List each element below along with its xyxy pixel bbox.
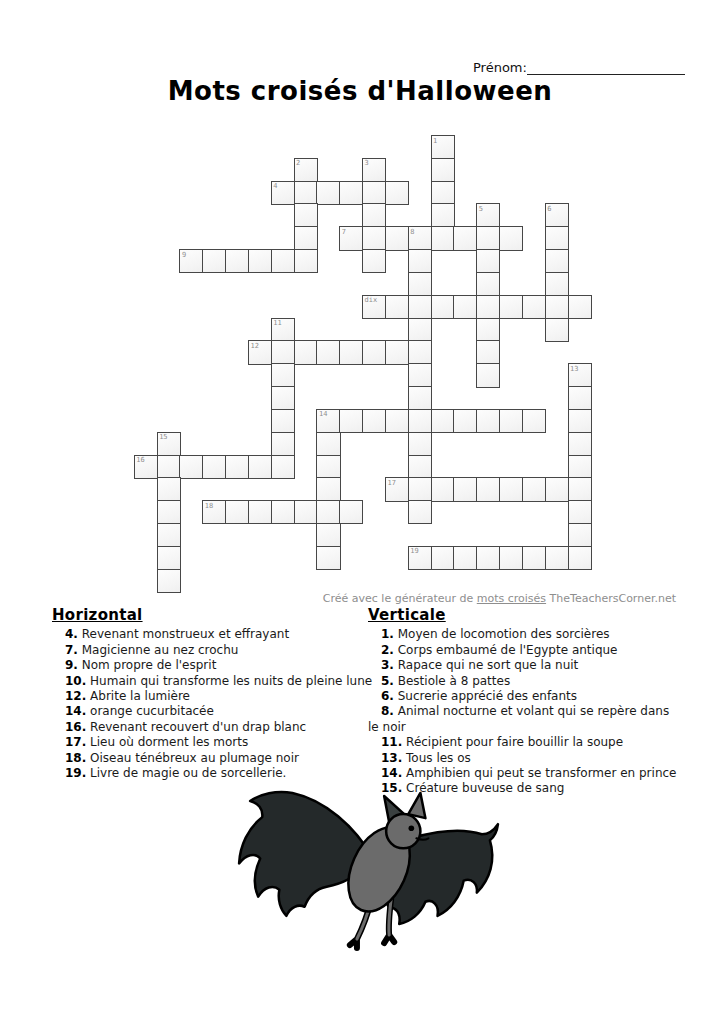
grid-cell-r8c6[interactable]: 11 [271, 318, 295, 342]
grid-cell-r13c1[interactable]: 15 [157, 432, 181, 456]
grid-cell-r18c15[interactable] [476, 546, 500, 570]
grid-cell-r5c4[interactable] [225, 249, 249, 273]
grid-cell-r14c5[interactable] [248, 455, 272, 479]
clue-down-6: 6. Sucrerie apprécié des enfants [368, 689, 680, 704]
grid-cell-r7c19[interactable] [568, 295, 592, 319]
credit-link[interactable]: mots croisés [477, 592, 546, 605]
clue-down-11: 11. Récipient pour faire bouillir la sou… [368, 735, 680, 750]
grid-cell-r11c19[interactable] [568, 386, 592, 410]
grid-cell-r2c11[interactable] [385, 181, 409, 205]
grid-cell-r5c2[interactable]: 9 [179, 249, 203, 273]
grid-cell-r5c7[interactable] [294, 249, 318, 273]
clue-number: 14. [381, 766, 402, 780]
grid-cell-r4c12[interactable]: 8 [408, 226, 432, 250]
grid-cell-r6c15[interactable] [476, 272, 500, 296]
grid-cell-r7c15[interactable] [476, 295, 500, 319]
clue-down-14: 14. Amphibien qui peut se transformer en… [368, 766, 680, 781]
cell-number-dix: dix [365, 296, 378, 304]
cell-number-11: 11 [273, 319, 281, 327]
grid-cell-r6c12[interactable] [408, 272, 432, 296]
grid-cell-r5c12[interactable] [408, 249, 432, 273]
grid-cell-r14c0[interactable]: 16 [134, 455, 158, 479]
grid-cell-r2c7[interactable] [294, 181, 318, 205]
cell-number-3: 3 [365, 159, 369, 167]
clue-number: 14. [65, 704, 86, 718]
grid-cell-r16c19[interactable] [568, 500, 592, 524]
grid-cell-r17c8[interactable] [316, 523, 340, 547]
clue-across-16: 16. Revenant recouvert d'un drap blanc [52, 720, 382, 735]
grid-cell-r4c11[interactable] [385, 226, 409, 250]
grid-cell-r16c4[interactable] [225, 500, 249, 524]
clue-number: 2. [381, 643, 394, 657]
cell-number-18: 18 [205, 502, 213, 510]
grid-cell-r4c7[interactable] [294, 226, 318, 250]
grid-cell-r9c10[interactable] [362, 340, 386, 364]
clue-down-8: 8. Animal nocturne et volant qui se repè… [368, 704, 680, 735]
clue-across-12: 12. Abrite la lumière [52, 689, 382, 704]
grid-cell-r18c1[interactable] [157, 546, 181, 570]
bat-ear-front [408, 793, 425, 818]
grid-cell-r14c2[interactable] [179, 455, 203, 479]
grid-cell-r13c19[interactable] [568, 432, 592, 456]
grid-cell-r4c14[interactable] [453, 226, 477, 250]
grid-cell-r18c16[interactable] [499, 546, 523, 570]
worksheet-page: Prénom: Mots croisés d'Halloween 1234567… [0, 0, 720, 1019]
grid-cell-r5c6[interactable] [271, 249, 295, 273]
grid-cell-r12c19[interactable] [568, 409, 592, 433]
grid-cell-r7c18[interactable] [545, 295, 569, 319]
cell-number-6: 6 [547, 205, 551, 213]
grid-cell-r15c16[interactable] [499, 477, 523, 501]
grid-cell-r12c8[interactable]: 14 [316, 409, 340, 433]
grid-cell-r8c12[interactable] [408, 318, 432, 342]
cell-number-13: 13 [570, 365, 578, 373]
grid-cell-r16c6[interactable] [271, 500, 295, 524]
grid-cell-r8c15[interactable] [476, 318, 500, 342]
grid-cell-r7c10[interactable]: dix [362, 295, 386, 319]
clue-number: 1. [381, 627, 394, 641]
grid-cell-r3c7[interactable] [294, 203, 318, 227]
grid-cell-r9c9[interactable] [339, 340, 363, 364]
grid-cell-r4c16[interactable] [499, 226, 523, 250]
grid-cell-r16c9[interactable] [339, 500, 363, 524]
grid-cell-r1c10[interactable]: 3 [362, 158, 386, 182]
grid-cell-r10c15[interactable] [476, 363, 500, 387]
grid-cell-r7c14[interactable] [453, 295, 477, 319]
grid-cell-r9c5[interactable]: 12 [248, 340, 272, 364]
clue-number: 11. [381, 735, 402, 749]
grid-cell-r4c9[interactable]: 7 [339, 226, 363, 250]
grid-cell-r7c17[interactable] [522, 295, 546, 319]
grid-cell-r9c8[interactable] [316, 340, 340, 364]
grid-cell-r14c8[interactable] [316, 455, 340, 479]
grid-cell-r11c12[interactable] [408, 386, 432, 410]
crossword-grid: 123456789dix111213141516171819 [0, 0, 720, 600]
bat-head [386, 814, 420, 848]
grid-cell-r14c19[interactable] [568, 455, 592, 479]
clue-down-5: 5. Bestiole à 8 pattes [368, 674, 680, 689]
grid-cell-r18c13[interactable] [431, 546, 455, 570]
clue-down-2: 2. Corps embaumé de l'Egypte antique [368, 643, 680, 658]
grid-cell-r13c6[interactable] [271, 432, 295, 456]
grid-cell-r11c6[interactable] [271, 386, 295, 410]
clue-across-14: 14. orange cucurbitacée [52, 704, 382, 719]
clue-number: 7. [65, 643, 78, 657]
grid-cell-r1c7[interactable]: 2 [294, 158, 318, 182]
cell-number-8: 8 [410, 228, 414, 236]
grid-cell-r4c18[interactable] [545, 226, 569, 250]
clue-across-4: 4. Revenant monstrueux et effrayant [52, 627, 382, 642]
clue-number: 12. [65, 689, 86, 703]
clue-number: 4. [65, 627, 78, 641]
across-heading: Horizontal [52, 608, 382, 623]
clue-across-10: 10. Humain qui transforme les nuits de p… [52, 674, 382, 689]
grid-cell-r3c13[interactable] [431, 203, 455, 227]
clue-number: 16. [65, 720, 86, 734]
cell-number-16: 16 [136, 456, 144, 464]
clue-down-13: 13. Tous les os [368, 751, 680, 766]
grid-cell-r4c13[interactable] [431, 226, 455, 250]
grid-cell-r9c15[interactable] [476, 340, 500, 364]
generator-credit: Créé avec le générateur de mots croisés … [300, 592, 676, 605]
grid-cell-r12c12[interactable] [408, 409, 432, 433]
grid-cell-r14c4[interactable] [225, 455, 249, 479]
grid-cell-r10c6[interactable] [271, 363, 295, 387]
grid-cell-r12c6[interactable] [271, 409, 295, 433]
grid-cell-r5c18[interactable] [545, 249, 569, 273]
grid-cell-r4c15[interactable] [476, 226, 500, 250]
grid-cell-r16c1[interactable] [157, 500, 181, 524]
grid-cell-r5c3[interactable] [202, 249, 226, 273]
grid-cell-r18c14[interactable] [453, 546, 477, 570]
grid-cell-r15c14[interactable] [453, 477, 477, 501]
grid-cell-r7c16[interactable] [499, 295, 523, 319]
grid-cell-r9c7[interactable] [294, 340, 318, 364]
grid-cell-r10c12[interactable] [408, 363, 432, 387]
grid-cell-r16c8[interactable] [316, 500, 340, 524]
down-heading: Verticale [368, 608, 680, 623]
grid-cell-r15c12[interactable] [408, 477, 432, 501]
grid-cell-r2c8[interactable] [316, 181, 340, 205]
cell-number-14: 14 [319, 410, 327, 418]
cell-number-2: 2 [296, 159, 300, 167]
credit-suffix: TheTeachersCorner.net [546, 592, 676, 605]
clue-across-17: 17. Lieu où dorment les morts [52, 735, 382, 750]
grid-cell-r6c18[interactable] [545, 272, 569, 296]
grid-cell-r9c12[interactable] [408, 340, 432, 364]
grid-cell-r4c10[interactable] [362, 226, 386, 250]
grid-cell-r3c15[interactable]: 5 [476, 203, 500, 227]
cell-number-19: 19 [410, 547, 418, 555]
grid-cell-r2c13[interactable] [431, 181, 455, 205]
grid-cell-r9c11[interactable] [385, 340, 409, 364]
grid-cell-r10c19[interactable]: 13 [568, 363, 592, 387]
grid-cell-r14c6[interactable] [271, 455, 295, 479]
grid-cell-r14c1[interactable] [157, 455, 181, 479]
clue-number: 6. [381, 689, 394, 703]
grid-cell-r18c18[interactable] [545, 546, 569, 570]
grid-cell-r16c12[interactable] [408, 500, 432, 524]
grid-cell-r18c17[interactable] [522, 546, 546, 570]
grid-cell-r3c10[interactable] [362, 203, 386, 227]
grid-cell-r5c15[interactable] [476, 249, 500, 273]
grid-cell-r7c13[interactable] [431, 295, 455, 319]
grid-cell-r12c9[interactable] [339, 409, 363, 433]
grid-cell-r3c18[interactable]: 6 [545, 203, 569, 227]
cell-number-15: 15 [159, 433, 167, 441]
cell-number-4: 4 [273, 182, 277, 190]
grid-cell-r15c19[interactable] [568, 477, 592, 501]
grid-cell-r12c13[interactable] [431, 409, 455, 433]
grid-cell-r15c17[interactable] [522, 477, 546, 501]
clue-number: 9. [65, 658, 78, 672]
grid-cell-r18c8[interactable] [316, 546, 340, 570]
cell-number-1: 1 [433, 137, 437, 145]
clue-number: 18. [65, 751, 86, 765]
cell-number-17: 17 [387, 479, 395, 487]
clue-across-19: 19. Livre de magie ou de sorcellerie. [52, 766, 382, 781]
grid-cell-r12c16[interactable] [499, 409, 523, 433]
grid-cell-r5c5[interactable] [248, 249, 272, 273]
grid-cell-r0c13[interactable]: 1 [431, 135, 455, 159]
clue-number: 17. [65, 735, 86, 749]
grid-cell-r2c6[interactable]: 4 [271, 181, 295, 205]
grid-cell-r14c12[interactable] [408, 455, 432, 479]
grid-cell-r12c17[interactable] [522, 409, 546, 433]
down-clues: Verticale 1. Moyen de locomotion des sor… [368, 608, 680, 797]
grid-cell-r7c11[interactable] [385, 295, 409, 319]
grid-cell-r15c8[interactable] [316, 477, 340, 501]
clue-number: 19. [65, 766, 86, 780]
clue-down-3: 3. Rapace qui ne sort que la nuit [368, 658, 680, 673]
grid-cell-r13c8[interactable] [316, 432, 340, 456]
grid-cell-r12c15[interactable] [476, 409, 500, 433]
grid-cell-r2c10[interactable] [362, 181, 386, 205]
cell-number-12: 12 [250, 342, 258, 350]
grid-cell-r8c18[interactable] [545, 318, 569, 342]
grid-cell-r19c1[interactable] [157, 569, 181, 593]
cell-number-7: 7 [342, 228, 346, 236]
grid-cell-r17c19[interactable] [568, 523, 592, 547]
grid-cell-r15c18[interactable] [545, 477, 569, 501]
clue-across-9: 9. Nom propre de l'esprit [52, 658, 382, 673]
grid-cell-r1c13[interactable] [431, 158, 455, 182]
clue-number: 10. [65, 674, 86, 688]
grid-cell-r9c6[interactable] [271, 340, 295, 364]
grid-cell-r13c12[interactable] [408, 432, 432, 456]
clue-number: 5. [381, 674, 394, 688]
cell-number-5: 5 [479, 205, 483, 213]
grid-cell-r18c12[interactable]: 19 [408, 546, 432, 570]
clue-down-1: 1. Moyen de locomotion des sorcières [368, 627, 680, 642]
across-clue-list: 4. Revenant monstrueux et effrayant7. Ma… [52, 627, 382, 781]
grid-cell-r15c1[interactable] [157, 477, 181, 501]
grid-cell-r7c12[interactable] [408, 295, 432, 319]
clue-number: 8. [381, 704, 394, 718]
bat-illustration [230, 782, 502, 952]
grid-cell-r5c10[interactable] [362, 249, 386, 273]
grid-cell-r12c11[interactable] [385, 409, 409, 433]
grid-cell-r16c3[interactable]: 18 [202, 500, 226, 524]
clue-number: 13. [381, 751, 402, 765]
across-clues: Horizontal 4. Revenant monstrueux et eff… [52, 608, 382, 781]
grid-cell-r16c7[interactable] [294, 500, 318, 524]
grid-cell-r12c14[interactable] [453, 409, 477, 433]
grid-cell-r15c15[interactable] [476, 477, 500, 501]
grid-cell-r17c1[interactable] [157, 523, 181, 547]
clue-across-18: 18. Oiseau ténébreux au plumage noir [52, 751, 382, 766]
grid-cell-r12c10[interactable] [362, 409, 386, 433]
credit-prefix: Créé avec le générateur de [323, 592, 477, 605]
cell-number-9: 9 [182, 251, 186, 259]
grid-cell-r15c13[interactable] [431, 477, 455, 501]
grid-cell-r18c19[interactable] [568, 546, 592, 570]
grid-cell-r15c11[interactable]: 17 [385, 477, 409, 501]
down-clue-list: 1. Moyen de locomotion des sorcières2. C… [368, 627, 680, 796]
clue-across-7: 7. Magicienne au nez crochu [52, 643, 382, 658]
bat-eye [409, 825, 415, 831]
grid-cell-r2c9[interactable] [339, 181, 363, 205]
clue-number: 3. [381, 658, 394, 672]
grid-cell-r14c3[interactable] [202, 455, 226, 479]
grid-cell-r16c5[interactable] [248, 500, 272, 524]
